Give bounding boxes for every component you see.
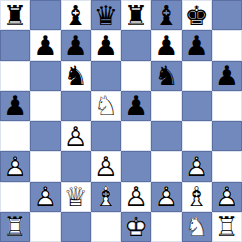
square-c7[interactable]: ♟ [61,30,91,60]
square-d7[interactable]: ♟ [91,30,121,60]
square-f4[interactable] [151,121,181,151]
square-e3[interactable] [121,151,151,181]
black-queen-glyph: ♛ [91,0,121,30]
chess-board: ♜♝♛♜♝♚♟♟♟♟♟♞♞♟♟♞♘♟♟♙♟♙♟♙♟♙♟♙♛♕♝♗♟♙♟♙♝♗♟♙… [0,0,242,242]
square-b2[interactable]: ♟♙ [30,182,60,212]
piece-black-pawn[interactable]: ♟ [212,61,242,91]
square-g4[interactable] [182,121,212,151]
piece-black-pawn[interactable]: ♟ [30,30,60,60]
piece-black-pawn[interactable]: ♟ [151,30,181,60]
square-b1[interactable] [30,212,60,242]
white-queen-outline-glyph: ♕ [61,182,91,212]
square-g5[interactable] [182,91,212,121]
black-pawn-glyph: ♟ [0,91,30,121]
piece-white-pawn[interactable]: ♟♙ [61,121,91,151]
piece-black-king[interactable]: ♚ [182,0,212,30]
piece-black-queen[interactable]: ♛ [91,0,121,30]
square-e2[interactable]: ♟♙ [121,182,151,212]
piece-white-pawn[interactable]: ♟♙ [182,151,212,181]
white-pawn-outline-glyph: ♙ [91,151,121,181]
square-d3[interactable]: ♟♙ [91,151,121,181]
square-h7[interactable] [212,30,242,60]
square-d4[interactable] [91,121,121,151]
black-knight-glyph: ♞ [61,61,91,91]
square-h8[interactable] [212,0,242,30]
piece-black-pawn[interactable]: ♟ [61,30,91,60]
piece-white-pawn[interactable]: ♟♙ [91,151,121,181]
square-e8[interactable]: ♜ [121,0,151,30]
square-h4[interactable] [212,121,242,151]
square-e7[interactable] [121,30,151,60]
square-c2[interactable]: ♛♕ [61,182,91,212]
square-b7[interactable]: ♟ [30,30,60,60]
square-f8[interactable]: ♝ [151,0,181,30]
square-h5[interactable] [212,91,242,121]
square-c5[interactable] [61,91,91,121]
piece-white-pawn[interactable]: ♟♙ [212,182,242,212]
square-a2[interactable] [0,182,30,212]
square-e5[interactable]: ♟ [121,91,151,121]
square-g8[interactable]: ♚ [182,0,212,30]
square-f1[interactable] [151,212,181,242]
white-knight-outline-glyph: ♘ [182,212,212,242]
black-pawn-glyph: ♟ [30,30,60,60]
square-d8[interactable]: ♛ [91,0,121,30]
square-h2[interactable]: ♟♙ [212,182,242,212]
piece-white-rook[interactable]: ♜♖ [0,212,30,242]
piece-black-rook[interactable]: ♜ [0,0,30,30]
square-a6[interactable] [0,61,30,91]
square-a7[interactable] [0,30,30,60]
square-e6[interactable] [121,61,151,91]
white-pawn-outline-glyph: ♙ [212,182,242,212]
white-knight-outline-glyph: ♘ [91,91,121,121]
piece-black-bishop[interactable]: ♝ [151,0,181,30]
piece-white-pawn[interactable]: ♟♙ [0,151,30,181]
piece-black-bishop[interactable]: ♝ [61,0,91,30]
black-rook-glyph: ♜ [0,0,30,30]
piece-white-pawn[interactable]: ♟♙ [121,182,151,212]
square-g6[interactable] [182,61,212,91]
square-b5[interactable] [30,91,60,121]
black-pawn-glyph: ♟ [61,30,91,60]
piece-white-knight[interactable]: ♞♘ [91,91,121,121]
square-b6[interactable] [30,61,60,91]
square-f6[interactable]: ♞ [151,61,181,91]
piece-black-pawn[interactable]: ♟ [121,91,151,121]
square-d2[interactable]: ♝♗ [91,182,121,212]
square-a8[interactable]: ♜ [0,0,30,30]
square-f7[interactable]: ♟ [151,30,181,60]
black-pawn-glyph: ♟ [151,30,181,60]
white-pawn-outline-glyph: ♙ [151,182,181,212]
piece-white-pawn[interactable]: ♟♙ [30,182,60,212]
square-e4[interactable] [121,121,151,151]
square-g1[interactable]: ♞♘ [182,212,212,242]
square-c3[interactable] [61,151,91,181]
square-g2[interactable]: ♝♗ [182,182,212,212]
white-king-outline-glyph: ♔ [121,212,151,242]
piece-white-queen[interactable]: ♛♕ [61,182,91,212]
square-g3[interactable]: ♟♙ [182,151,212,181]
square-a3[interactable]: ♟♙ [0,151,30,181]
black-pawn-glyph: ♟ [212,61,242,91]
black-bishop-glyph: ♝ [151,0,181,30]
black-pawn-glyph: ♟ [91,30,121,60]
white-pawn-outline-glyph: ♙ [30,182,60,212]
square-a4[interactable] [0,121,30,151]
piece-black-knight[interactable]: ♞ [61,61,91,91]
white-rook-outline-glyph: ♖ [212,212,242,242]
square-a5[interactable]: ♟ [0,91,30,121]
black-pawn-glyph: ♟ [121,91,151,121]
piece-white-bishop[interactable]: ♝♗ [91,182,121,212]
square-e1[interactable]: ♚♔ [121,212,151,242]
white-bishop-outline-glyph: ♗ [182,182,212,212]
black-king-glyph: ♚ [182,0,212,30]
white-pawn-outline-glyph: ♙ [121,182,151,212]
square-b3[interactable] [30,151,60,181]
square-b4[interactable] [30,121,60,151]
square-h6[interactable]: ♟ [212,61,242,91]
white-bishop-outline-glyph: ♗ [91,182,121,212]
piece-white-pawn[interactable]: ♟♙ [151,182,181,212]
black-knight-glyph: ♞ [151,61,181,91]
piece-white-rook[interactable]: ♜♖ [212,212,242,242]
piece-black-pawn[interactable]: ♟ [182,30,212,60]
piece-white-king[interactable]: ♚♔ [121,212,151,242]
piece-black-pawn[interactable]: ♟ [0,91,30,121]
white-pawn-outline-glyph: ♙ [61,121,91,151]
black-pawn-glyph: ♟ [182,30,212,60]
white-pawn-outline-glyph: ♙ [0,151,30,181]
piece-black-pawn[interactable]: ♟ [91,30,121,60]
square-d5[interactable]: ♞♘ [91,91,121,121]
white-rook-outline-glyph: ♖ [0,212,30,242]
piece-white-knight[interactable]: ♞♘ [182,212,212,242]
square-d1[interactable] [91,212,121,242]
piece-white-bishop[interactable]: ♝♗ [182,182,212,212]
square-c4[interactable]: ♟♙ [61,121,91,151]
square-f3[interactable] [151,151,181,181]
square-c6[interactable]: ♞ [61,61,91,91]
square-b8[interactable] [30,0,60,30]
piece-black-knight[interactable]: ♞ [151,61,181,91]
square-h3[interactable] [212,151,242,181]
square-f2[interactable]: ♟♙ [151,182,181,212]
white-pawn-outline-glyph: ♙ [182,151,212,181]
piece-black-rook[interactable]: ♜ [121,0,151,30]
square-a1[interactable]: ♜♖ [0,212,30,242]
black-bishop-glyph: ♝ [61,0,91,30]
square-c8[interactable]: ♝ [61,0,91,30]
black-rook-glyph: ♜ [121,0,151,30]
square-f5[interactable] [151,91,181,121]
square-d6[interactable] [91,61,121,91]
square-h1[interactable]: ♜♖ [212,212,242,242]
square-c1[interactable] [61,212,91,242]
square-g7[interactable]: ♟ [182,30,212,60]
